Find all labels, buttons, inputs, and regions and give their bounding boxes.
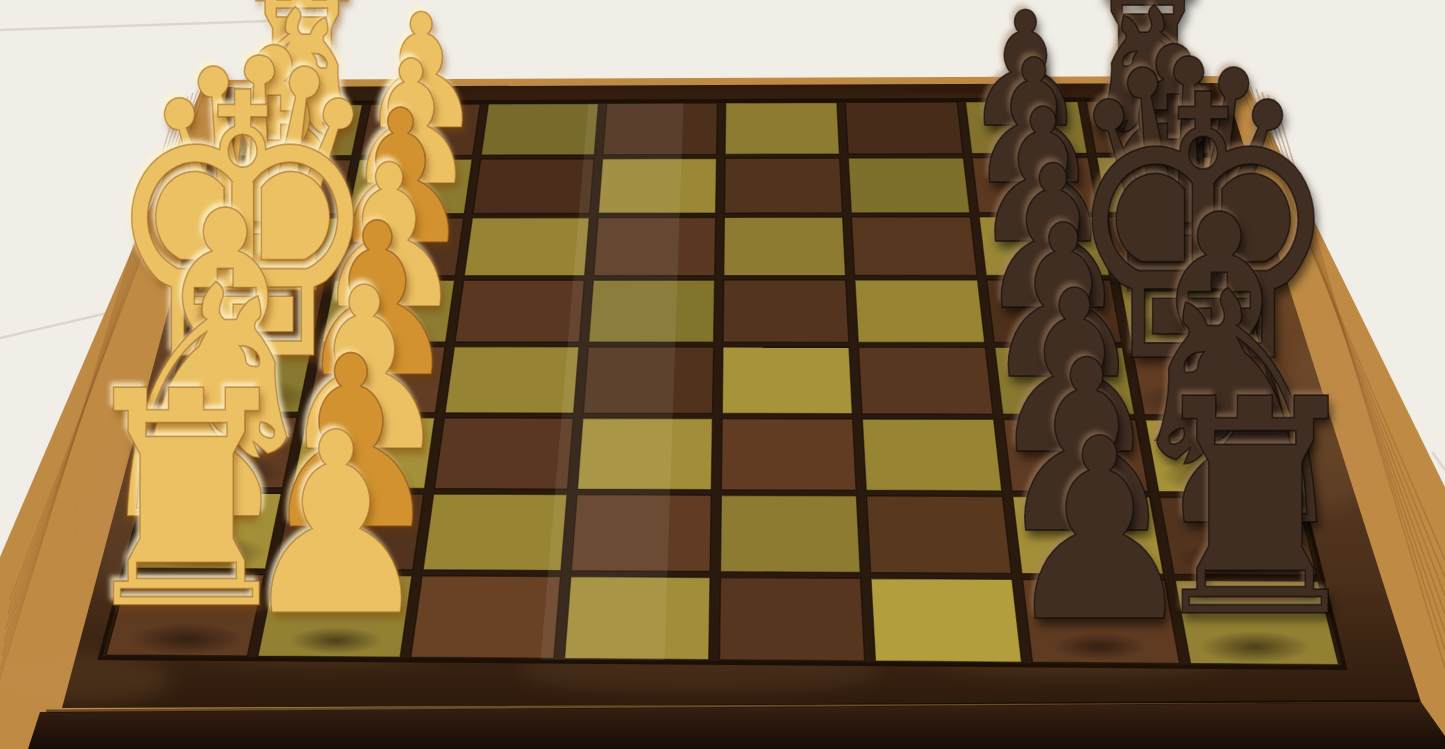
chess-set-photo-scene: ♜♟♟♜♞♟♟♞♝♟♟♝♛♟♟♛♚♟♟♚♝♟♟♝♞♟♟♞♜♟♟♜ [0,0,1445,749]
white-rook-h1[interactable]: ♜ [70,353,302,651]
black-pawn-h7[interactable]: ♟ [1002,406,1198,657]
pieces-layer: ♜♟♟♜♞♟♟♞♝♟♟♝♛♟♟♛♚♟♟♚♝♟♟♝♞♟♟♞♜♟♟♜ [0,0,1445,749]
